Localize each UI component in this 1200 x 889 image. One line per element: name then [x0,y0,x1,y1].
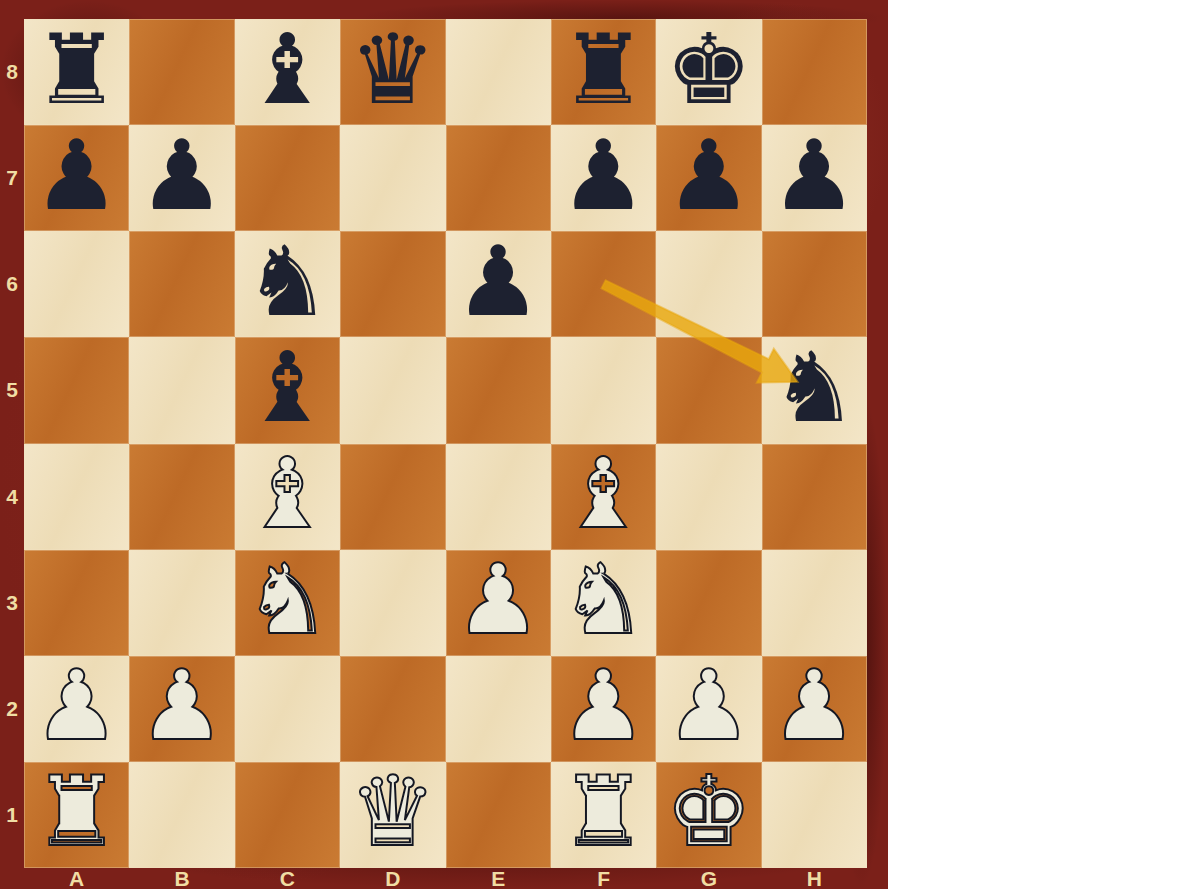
square-f6[interactable] [551,231,656,337]
square-f1[interactable]: ♜ [551,762,656,868]
square-f7[interactable]: ♟ [551,125,656,231]
square-h1[interactable] [762,762,867,868]
square-g8[interactable]: ♚ [656,19,761,125]
piece-black-rook: ♜ [560,21,647,118]
piece-black-king: ♚ [665,21,752,118]
piece-black-pawn: ♟ [33,127,120,224]
piece-white-king: ♚ [665,763,752,860]
file-label-b: B [129,868,234,889]
square-f4[interactable]: ♝ [551,444,656,550]
piece-black-pawn: ♟ [139,127,226,224]
piece-black-pawn: ♟ [455,233,542,330]
rank-label-1: 1 [0,762,24,868]
rank-label-5: 5 [0,337,24,443]
square-h6[interactable] [762,231,867,337]
piece-white-pawn: ♟ [455,551,542,648]
piece-black-queen: ♛ [349,21,436,118]
square-a2[interactable]: ♟ [24,656,129,762]
rank-label-7: 7 [0,125,24,231]
square-c3[interactable]: ♞ [235,550,340,656]
piece-white-pawn: ♟ [33,657,120,754]
square-b1[interactable] [129,762,234,868]
square-c4[interactable]: ♝ [235,444,340,550]
square-e3[interactable]: ♟ [446,550,551,656]
square-e1[interactable] [446,762,551,868]
square-f2[interactable]: ♟ [551,656,656,762]
square-a8[interactable]: ♜ [24,19,129,125]
square-e6[interactable]: ♟ [446,231,551,337]
square-a6[interactable] [24,231,129,337]
square-c8[interactable]: ♝ [235,19,340,125]
square-d3[interactable] [340,550,445,656]
file-label-c: C [235,868,340,889]
file-label-e: E [446,868,551,889]
piece-white-rook: ♜ [560,763,647,860]
square-c2[interactable] [235,656,340,762]
square-d5[interactable] [340,337,445,443]
square-h4[interactable] [762,444,867,550]
page: ♜♝♛♜♚♟♟♟♟♟♞♟♝♞♝♝♞♟♞♟♟♟♟♟♜♛♜♚ 87654321 AB… [0,0,1200,889]
square-b3[interactable] [129,550,234,656]
file-label-a: A [24,868,129,889]
piece-white-queen: ♛ [349,763,436,860]
piece-white-pawn: ♟ [560,657,647,754]
square-d7[interactable] [340,125,445,231]
square-f5[interactable] [551,337,656,443]
piece-black-pawn: ♟ [560,127,647,224]
square-a4[interactable] [24,444,129,550]
square-a1[interactable]: ♜ [24,762,129,868]
square-d1[interactable]: ♛ [340,762,445,868]
chess-board: ♜♝♛♜♚♟♟♟♟♟♞♟♝♞♝♝♞♟♞♟♟♟♟♟♜♛♜♚ [24,19,867,868]
square-e7[interactable] [446,125,551,231]
square-a3[interactable] [24,550,129,656]
square-c5[interactable]: ♝ [235,337,340,443]
file-label-h: H [762,868,867,889]
square-f3[interactable]: ♞ [551,550,656,656]
square-d8[interactable]: ♛ [340,19,445,125]
rank-labels: 87654321 [0,19,24,868]
square-g5[interactable] [656,337,761,443]
square-h8[interactable] [762,19,867,125]
piece-black-pawn: ♟ [665,127,752,224]
piece-black-bishop: ♝ [244,21,331,118]
rank-label-3: 3 [0,550,24,656]
piece-black-knight: ♞ [771,339,858,436]
square-h3[interactable] [762,550,867,656]
square-a5[interactable] [24,337,129,443]
square-e2[interactable] [446,656,551,762]
square-e5[interactable] [446,337,551,443]
square-g4[interactable] [656,444,761,550]
square-b8[interactable] [129,19,234,125]
square-e4[interactable] [446,444,551,550]
chess-board-frame: ♜♝♛♜♚♟♟♟♟♟♞♟♝♞♝♝♞♟♞♟♟♟♟♟♜♛♜♚ 87654321 AB… [0,0,888,889]
square-b2[interactable]: ♟ [129,656,234,762]
rank-label-6: 6 [0,231,24,337]
piece-white-pawn: ♟ [139,657,226,754]
square-d6[interactable] [340,231,445,337]
piece-black-pawn: ♟ [771,127,858,224]
square-h2[interactable]: ♟ [762,656,867,762]
file-labels: ABCDEFGH [24,868,867,889]
square-g6[interactable] [656,231,761,337]
square-b5[interactable] [129,337,234,443]
square-h7[interactable]: ♟ [762,125,867,231]
square-b6[interactable] [129,231,234,337]
rank-label-2: 2 [0,656,24,762]
square-g1[interactable]: ♚ [656,762,761,868]
square-f8[interactable]: ♜ [551,19,656,125]
piece-white-knight: ♞ [560,551,647,648]
piece-black-bishop: ♝ [244,339,331,436]
file-label-g: G [656,868,761,889]
rank-label-8: 8 [0,19,24,125]
square-a7[interactable]: ♟ [24,125,129,231]
square-c1[interactable] [235,762,340,868]
square-c6[interactable]: ♞ [235,231,340,337]
square-h5[interactable]: ♞ [762,337,867,443]
piece-white-pawn: ♟ [665,657,752,754]
square-b4[interactable] [129,444,234,550]
rank-label-4: 4 [0,444,24,550]
piece-white-knight: ♞ [244,551,331,648]
piece-white-bishop: ♝ [244,445,331,542]
piece-black-rook: ♜ [33,21,120,118]
square-g7[interactable]: ♟ [656,125,761,231]
square-d4[interactable] [340,444,445,550]
piece-white-bishop: ♝ [560,445,647,542]
piece-white-pawn: ♟ [771,657,858,754]
square-b7[interactable]: ♟ [129,125,234,231]
square-c7[interactable] [235,125,340,231]
square-e8[interactable] [446,19,551,125]
square-d2[interactable] [340,656,445,762]
piece-black-knight: ♞ [244,233,331,330]
file-label-f: F [551,868,656,889]
square-g2[interactable]: ♟ [656,656,761,762]
file-label-d: D [340,868,445,889]
square-g3[interactable] [656,550,761,656]
piece-white-rook: ♜ [33,763,120,860]
